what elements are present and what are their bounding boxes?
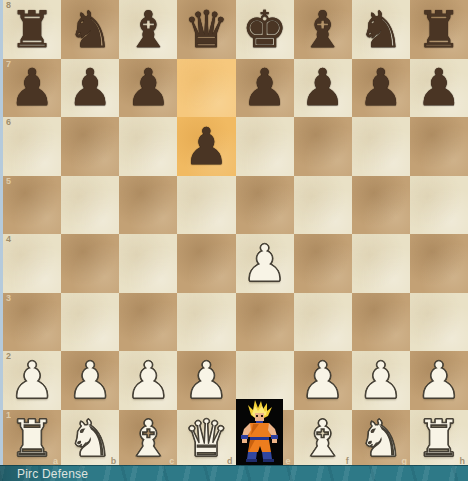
square-g4[interactable] <box>352 234 410 293</box>
opening-name-label: Pirc Defense <box>17 468 88 480</box>
square-d3[interactable] <box>177 293 235 352</box>
square-f3[interactable] <box>294 293 352 352</box>
square-b4[interactable] <box>61 234 119 293</box>
square-a5[interactable]: 5 <box>3 176 61 235</box>
square-g6[interactable] <box>352 117 410 176</box>
square-b6[interactable] <box>61 117 119 176</box>
piece-black-pawn-g7[interactable]: ♟ <box>352 59 410 118</box>
square-g3[interactable] <box>352 293 410 352</box>
piece-white-bishop-f1[interactable]: ♝ <box>294 410 352 469</box>
piece-white-rook-h1[interactable]: ♜ <box>410 410 468 469</box>
square-f2[interactable]: ♟ <box>294 351 352 410</box>
piece-white-pawn-a2[interactable]: ♟ <box>3 351 61 410</box>
square-e5[interactable] <box>236 176 294 235</box>
square-c7[interactable]: ♟ <box>119 59 177 118</box>
square-b7[interactable]: ♟ <box>61 59 119 118</box>
piece-black-knight-g8[interactable]: ♞ <box>352 0 410 59</box>
square-d2[interactable]: ♟ <box>177 351 235 410</box>
piece-black-pawn-c7[interactable]: ♟ <box>119 59 177 118</box>
piece-white-queen-d1[interactable]: ♛ <box>177 410 235 469</box>
square-b3[interactable] <box>61 293 119 352</box>
square-c1[interactable]: c♝ <box>119 410 177 469</box>
square-c3[interactable] <box>119 293 177 352</box>
square-h2[interactable]: ♟ <box>410 351 468 410</box>
piece-white-pawn-h2[interactable]: ♟ <box>410 351 468 410</box>
piece-black-bishop-c8[interactable]: ♝ <box>119 0 177 59</box>
square-a6[interactable]: 6 <box>3 117 61 176</box>
piece-black-pawn-h7[interactable]: ♟ <box>410 59 468 118</box>
square-d8[interactable]: ♛ <box>177 0 235 59</box>
square-g1[interactable]: g♞ <box>352 410 410 469</box>
rank-label-6: 6 <box>6 118 11 127</box>
square-c8[interactable]: ♝ <box>119 0 177 59</box>
square-e7[interactable]: ♟ <box>236 59 294 118</box>
piece-white-knight-g1[interactable]: ♞ <box>352 410 410 469</box>
square-a1[interactable]: 1a♜ <box>3 410 61 469</box>
square-b5[interactable] <box>61 176 119 235</box>
square-c4[interactable] <box>119 234 177 293</box>
square-a2[interactable]: 2♟ <box>3 351 61 410</box>
square-b8[interactable]: ♞ <box>61 0 119 59</box>
rank-label-3: 3 <box>6 294 11 303</box>
piece-white-pawn-f2[interactable]: ♟ <box>294 351 352 410</box>
piece-white-pawn-g2[interactable]: ♟ <box>352 351 410 410</box>
square-g5[interactable] <box>352 176 410 235</box>
opening-info-bar: Pirc Defense <box>0 465 468 481</box>
square-d5[interactable] <box>177 176 235 235</box>
square-f7[interactable]: ♟ <box>294 59 352 118</box>
piece-black-pawn-b7[interactable]: ♟ <box>61 59 119 118</box>
square-h8[interactable]: ♜ <box>410 0 468 59</box>
piece-black-pawn-e7[interactable]: ♟ <box>236 59 294 118</box>
square-d6[interactable]: ♟ <box>177 117 235 176</box>
square-a4[interactable]: 4 <box>3 234 61 293</box>
rank-label-4: 4 <box>6 235 11 244</box>
square-g2[interactable]: ♟ <box>352 351 410 410</box>
piece-black-pawn-a7[interactable]: ♟ <box>3 59 61 118</box>
square-h6[interactable] <box>410 117 468 176</box>
square-a7[interactable]: 7♟ <box>3 59 61 118</box>
square-d4[interactable] <box>177 234 235 293</box>
square-h3[interactable] <box>410 293 468 352</box>
piece-black-pawn-d6[interactable]: ♟ <box>177 117 235 176</box>
square-a3[interactable]: 3 <box>3 293 61 352</box>
piece-black-king-e8[interactable]: ♚ <box>236 0 294 59</box>
square-d7[interactable] <box>177 59 235 118</box>
square-d1[interactable]: d♛ <box>177 410 235 469</box>
square-f1[interactable]: f♝ <box>294 410 352 469</box>
chess-board: 8♜♞♝♛♚♝♞♜7♟♟♟♟♟♟♟6♟54♟32♟♟♟♟♟♟♟1a♜b♞c♝d♛… <box>3 0 468 468</box>
square-g7[interactable]: ♟ <box>352 59 410 118</box>
goku-sprite-white-king[interactable] <box>236 399 283 465</box>
square-e3[interactable] <box>236 293 294 352</box>
piece-white-knight-b1[interactable]: ♞ <box>61 410 119 469</box>
piece-black-rook-a8[interactable]: ♜ <box>3 0 61 59</box>
piece-black-rook-h8[interactable]: ♜ <box>410 0 468 59</box>
square-e8[interactable]: ♚ <box>236 0 294 59</box>
square-h4[interactable] <box>410 234 468 293</box>
piece-black-queen-d8[interactable]: ♛ <box>177 0 235 59</box>
piece-black-pawn-f7[interactable]: ♟ <box>294 59 352 118</box>
goku-pixel-art <box>236 399 283 465</box>
square-b2[interactable]: ♟ <box>61 351 119 410</box>
square-h7[interactable]: ♟ <box>410 59 468 118</box>
square-e4[interactable]: ♟ <box>236 234 294 293</box>
square-f8[interactable]: ♝ <box>294 0 352 59</box>
square-a8[interactable]: 8♜ <box>3 0 61 59</box>
square-c5[interactable] <box>119 176 177 235</box>
piece-white-pawn-d2[interactable]: ♟ <box>177 351 235 410</box>
piece-black-bishop-f8[interactable]: ♝ <box>294 0 352 59</box>
square-c6[interactable] <box>119 117 177 176</box>
piece-white-bishop-c1[interactable]: ♝ <box>119 410 177 469</box>
square-h1[interactable]: h♜ <box>410 410 468 469</box>
square-f5[interactable] <box>294 176 352 235</box>
rank-label-5: 5 <box>6 177 11 186</box>
piece-white-pawn-b2[interactable]: ♟ <box>61 351 119 410</box>
piece-white-rook-a1[interactable]: ♜ <box>3 410 61 469</box>
square-b1[interactable]: b♞ <box>61 410 119 469</box>
piece-black-knight-b8[interactable]: ♞ <box>61 0 119 59</box>
piece-white-pawn-e4[interactable]: ♟ <box>236 234 294 293</box>
piece-white-pawn-c2[interactable]: ♟ <box>119 351 177 410</box>
square-f6[interactable] <box>294 117 352 176</box>
square-h5[interactable] <box>410 176 468 235</box>
square-e6[interactable] <box>236 117 294 176</box>
square-g8[interactable]: ♞ <box>352 0 410 59</box>
chess-app-screen: { "game": "chess", "position": { "fen": … <box>0 0 468 481</box>
square-c2[interactable]: ♟ <box>119 351 177 410</box>
square-f4[interactable] <box>294 234 352 293</box>
